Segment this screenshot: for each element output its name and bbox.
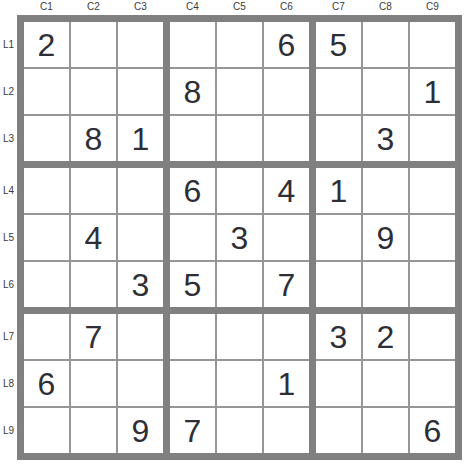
- cell-L8C2[interactable]: [71, 361, 116, 406]
- row-label-L7: L7: [0, 314, 17, 359]
- cell-L5C6[interactable]: [264, 215, 309, 260]
- column-label-C9: C9: [410, 1, 455, 15]
- row-label-L2: L2: [0, 69, 17, 114]
- column-label-C5: C5: [217, 1, 262, 15]
- row-label-L6: L6: [0, 262, 17, 307]
- sudoku-box-1-3: 513: [316, 22, 455, 161]
- cell-L4C3[interactable]: [118, 168, 163, 213]
- cell-L6C5[interactable]: [217, 262, 262, 307]
- corner-spacer: [0, 0, 17, 15]
- cell-L9C2[interactable]: [71, 408, 116, 453]
- cell-L4C7[interactable]: 1: [316, 168, 361, 213]
- column-label-C1: C1: [24, 1, 69, 15]
- cell-L4C2[interactable]: [71, 168, 116, 213]
- column-labels: C1C2C3C4C5C6C7C8C9: [17, 0, 462, 15]
- cell-L1C8[interactable]: [363, 22, 408, 67]
- cell-L2C5[interactable]: [217, 69, 262, 114]
- cell-L4C8[interactable]: [363, 168, 408, 213]
- cell-L6C8[interactable]: [363, 262, 408, 307]
- column-label-C4: C4: [170, 1, 215, 15]
- column-label-C6: C6: [264, 1, 309, 15]
- cell-L3C7[interactable]: [316, 116, 361, 161]
- cell-L2C1[interactable]: [24, 69, 69, 114]
- cell-L5C1[interactable]: [24, 215, 69, 260]
- sudoku-box-3-1: 769: [24, 314, 163, 453]
- row-label-L9: L9: [0, 408, 17, 453]
- cell-L3C2[interactable]: 8: [71, 116, 116, 161]
- cell-L7C7[interactable]: 3: [316, 314, 361, 359]
- cell-L7C8[interactable]: 2: [363, 314, 408, 359]
- cell-L8C9[interactable]: [410, 361, 455, 406]
- cell-L4C1[interactable]: [24, 168, 69, 213]
- cell-L1C5[interactable]: [217, 22, 262, 67]
- sudoku-box-2-1: 43: [24, 168, 163, 307]
- cell-L4C4[interactable]: 6: [170, 168, 215, 213]
- row-label-group-1: L1L2L3: [0, 22, 17, 161]
- cell-L1C3[interactable]: [118, 22, 163, 67]
- cell-L5C4[interactable]: [170, 215, 215, 260]
- cell-L2C7[interactable]: [316, 69, 361, 114]
- cell-L6C6[interactable]: 7: [264, 262, 309, 307]
- cell-L6C7[interactable]: [316, 262, 361, 307]
- cell-L8C8[interactable]: [363, 361, 408, 406]
- column-label-group-3: C7C8C9: [316, 1, 455, 15]
- column-label-C8: C8: [363, 1, 408, 15]
- cell-L8C6[interactable]: 1: [264, 361, 309, 406]
- cell-L4C9[interactable]: [410, 168, 455, 213]
- cell-L8C4[interactable]: [170, 361, 215, 406]
- cell-L9C4[interactable]: 7: [170, 408, 215, 453]
- cell-L8C3[interactable]: [118, 361, 163, 406]
- cell-L9C9[interactable]: 6: [410, 408, 455, 453]
- cell-L8C5[interactable]: [217, 361, 262, 406]
- row-label-L8: L8: [0, 361, 17, 406]
- cell-L5C7[interactable]: [316, 215, 361, 260]
- cell-L2C6[interactable]: [264, 69, 309, 114]
- cell-L1C2[interactable]: [71, 22, 116, 67]
- row-label-L1: L1: [0, 22, 17, 67]
- cell-L5C9[interactable]: [410, 215, 455, 260]
- cell-L7C5[interactable]: [217, 314, 262, 359]
- row-label-group-2: L4L5L6: [0, 168, 17, 307]
- cell-L7C9[interactable]: [410, 314, 455, 359]
- row-labels: L1L2L3L4L5L6L7L8L9: [0, 15, 17, 460]
- cell-L6C4[interactable]: 5: [170, 262, 215, 307]
- cell-L2C4[interactable]: 8: [170, 69, 215, 114]
- cell-L9C5[interactable]: [217, 408, 262, 453]
- cell-L6C9[interactable]: [410, 262, 455, 307]
- cell-L5C3[interactable]: [118, 215, 163, 260]
- column-label-C2: C2: [71, 1, 116, 15]
- sudoku-app: C1C2C3C4C5C6C7C8C9 L1L2L3L4L5L6L7L8L9 28…: [0, 0, 467, 469]
- cell-L3C4[interactable]: [170, 116, 215, 161]
- cell-L5C5[interactable]: 3: [217, 215, 262, 260]
- cell-L3C1[interactable]: [24, 116, 69, 161]
- cell-L6C2[interactable]: [71, 262, 116, 307]
- cell-L2C3[interactable]: [118, 69, 163, 114]
- sudoku-box-2-2: 64357: [170, 168, 309, 307]
- cell-L9C6[interactable]: [264, 408, 309, 453]
- cell-L8C1[interactable]: 6: [24, 361, 69, 406]
- cell-L2C8[interactable]: [363, 69, 408, 114]
- cell-L2C9[interactable]: 1: [410, 69, 455, 114]
- sudoku-box-1-1: 281: [24, 22, 163, 161]
- cell-L9C3[interactable]: 9: [118, 408, 163, 453]
- cell-L9C7[interactable]: [316, 408, 361, 453]
- cell-L8C7[interactable]: [316, 361, 361, 406]
- cell-L7C6[interactable]: [264, 314, 309, 359]
- cell-L5C8[interactable]: 9: [363, 215, 408, 260]
- column-label-group-1: C1C2C3: [24, 1, 163, 15]
- cell-L4C5[interactable]: [217, 168, 262, 213]
- cell-L1C4[interactable]: [170, 22, 215, 67]
- cell-L1C6[interactable]: 6: [264, 22, 309, 67]
- cell-L3C3[interactable]: 1: [118, 116, 163, 161]
- cell-L9C1[interactable]: [24, 408, 69, 453]
- row-label-L5: L5: [0, 215, 17, 260]
- cell-L5C2[interactable]: 4: [71, 215, 116, 260]
- cell-L6C1[interactable]: [24, 262, 69, 307]
- sudoku-layout: C1C2C3C4C5C6C7C8C9 L1L2L3L4L5L6L7L8L9 28…: [0, 0, 467, 460]
- cell-L6C3[interactable]: 3: [118, 262, 163, 307]
- cell-L3C6[interactable]: [264, 116, 309, 161]
- sudoku-box-3-2: 17: [170, 314, 309, 453]
- sudoku-box-2-3: 19: [316, 168, 455, 307]
- cell-L7C1[interactable]: [24, 314, 69, 359]
- cell-L1C7[interactable]: 5: [316, 22, 361, 67]
- sudoku-box-1-2: 68: [170, 22, 309, 161]
- cell-L3C9[interactable]: [410, 116, 455, 161]
- column-label-C7: C7: [316, 1, 361, 15]
- cell-L1C9[interactable]: [410, 22, 455, 67]
- sudoku-board: 2816851343643571976917326: [17, 15, 462, 460]
- column-label-group-2: C4C5C6: [170, 1, 309, 15]
- cell-L7C2[interactable]: 7: [71, 314, 116, 359]
- cell-L3C5[interactable]: [217, 116, 262, 161]
- cell-L9C8[interactable]: [363, 408, 408, 453]
- column-label-C3: C3: [118, 1, 163, 15]
- row-label-group-3: L7L8L9: [0, 314, 17, 453]
- cell-L1C1[interactable]: 2: [24, 22, 69, 67]
- cell-L7C4[interactable]: [170, 314, 215, 359]
- cell-L4C6[interactable]: 4: [264, 168, 309, 213]
- sudoku-box-3-3: 326: [316, 314, 455, 453]
- cell-L7C3[interactable]: [118, 314, 163, 359]
- row-label-L4: L4: [0, 168, 17, 213]
- cell-L2C2[interactable]: [71, 69, 116, 114]
- row-label-L3: L3: [0, 116, 17, 161]
- cell-L3C8[interactable]: 3: [363, 116, 408, 161]
